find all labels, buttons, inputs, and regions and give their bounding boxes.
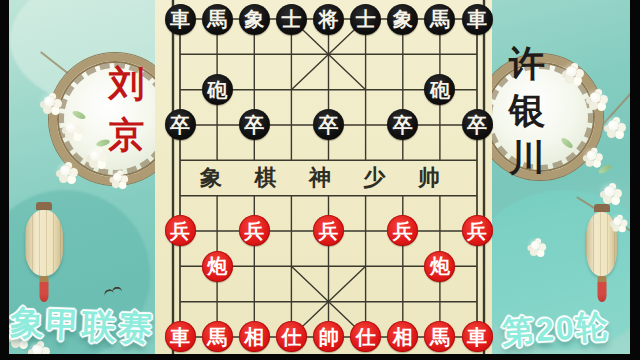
round-banner: 第20轮	[501, 305, 611, 355]
blossom	[608, 120, 619, 131]
piece-red-相[interactable]: 相	[387, 321, 418, 352]
piece-black-車[interactable]: 車	[462, 4, 493, 35]
char: 京	[107, 117, 147, 153]
piece-black-馬[interactable]: 馬	[202, 4, 233, 35]
letterbox-bottom	[0, 354, 640, 360]
piece-red-兵[interactable]: 兵	[387, 215, 418, 246]
piece-black-卒[interactable]: 卒	[313, 109, 344, 140]
piece-red-兵[interactable]: 兵	[313, 215, 344, 246]
piece-black-卒[interactable]: 卒	[462, 109, 493, 140]
blossom	[566, 66, 577, 77]
video-frame: 刘京 许银川	[0, 0, 640, 360]
piece-black-士[interactable]: 士	[276, 4, 307, 35]
blossom	[604, 186, 615, 197]
blossom	[113, 173, 122, 182]
blossom	[587, 151, 597, 161]
char: 银	[507, 93, 547, 129]
lantern-tassel	[40, 276, 49, 302]
lantern-body	[25, 210, 63, 276]
piece-black-車[interactable]: 車	[165, 4, 196, 35]
blossom	[90, 150, 101, 161]
piece-red-兵[interactable]: 兵	[462, 215, 493, 246]
piece-black-象[interactable]: 象	[239, 4, 270, 35]
piece-red-馬[interactable]: 馬	[202, 321, 233, 352]
lantern-left	[25, 210, 63, 276]
piece-black-象[interactable]: 象	[387, 4, 418, 35]
char: 许	[507, 46, 547, 82]
char: 刘	[107, 66, 147, 102]
league-banner: 象甲联赛	[9, 300, 155, 352]
piece-red-炮[interactable]: 炮	[202, 251, 233, 282]
piece-black-馬[interactable]: 馬	[424, 4, 455, 35]
piece-red-車[interactable]: 車	[462, 321, 493, 352]
char: 川	[507, 140, 547, 176]
blossom	[590, 92, 601, 103]
letterbox-left	[0, 0, 9, 360]
piece-red-兵[interactable]: 兵	[239, 215, 270, 246]
piece-black-士[interactable]: 士	[350, 4, 381, 35]
lantern-cap	[36, 202, 52, 210]
board-pieces: 車馬象士将士象馬車砲砲卒卒卒卒卒兵兵兵兵兵炮炮車馬相仕帥仕相馬車	[155, 0, 492, 360]
piece-black-将[interactable]: 将	[313, 4, 344, 35]
player-name-right: 许银川	[507, 46, 547, 187]
blossom	[66, 122, 77, 133]
piece-red-仕[interactable]: 仕	[276, 321, 307, 352]
piece-red-車[interactable]: 車	[165, 321, 196, 352]
piece-red-馬[interactable]: 馬	[424, 321, 455, 352]
blossom	[60, 165, 71, 176]
piece-red-帥[interactable]: 帥	[313, 321, 344, 352]
piece-red-炮[interactable]: 炮	[424, 251, 455, 282]
blossom	[613, 217, 622, 226]
piece-black-卒[interactable]: 卒	[165, 109, 196, 140]
piece-black-砲[interactable]: 砲	[424, 74, 455, 105]
xiangqi-board: 象棋神少帅 車馬象士将士象馬車砲砲卒卒卒卒卒兵兵兵兵兵炮炮車馬相仕帥仕相馬車	[155, 0, 492, 360]
leaf	[597, 163, 612, 175]
piece-red-仕[interactable]: 仕	[350, 321, 381, 352]
lantern-tassel	[597, 276, 606, 302]
piece-red-兵[interactable]: 兵	[165, 215, 196, 246]
player-name-left: 刘京	[107, 66, 147, 168]
blossom	[44, 96, 55, 107]
letterbox-right	[630, 0, 640, 360]
piece-black-砲[interactable]: 砲	[202, 74, 233, 105]
blossom	[531, 241, 540, 250]
piece-red-相[interactable]: 相	[239, 321, 270, 352]
lantern-cap	[594, 204, 610, 212]
piece-black-卒[interactable]: 卒	[387, 109, 418, 140]
piece-black-卒[interactable]: 卒	[239, 109, 270, 140]
